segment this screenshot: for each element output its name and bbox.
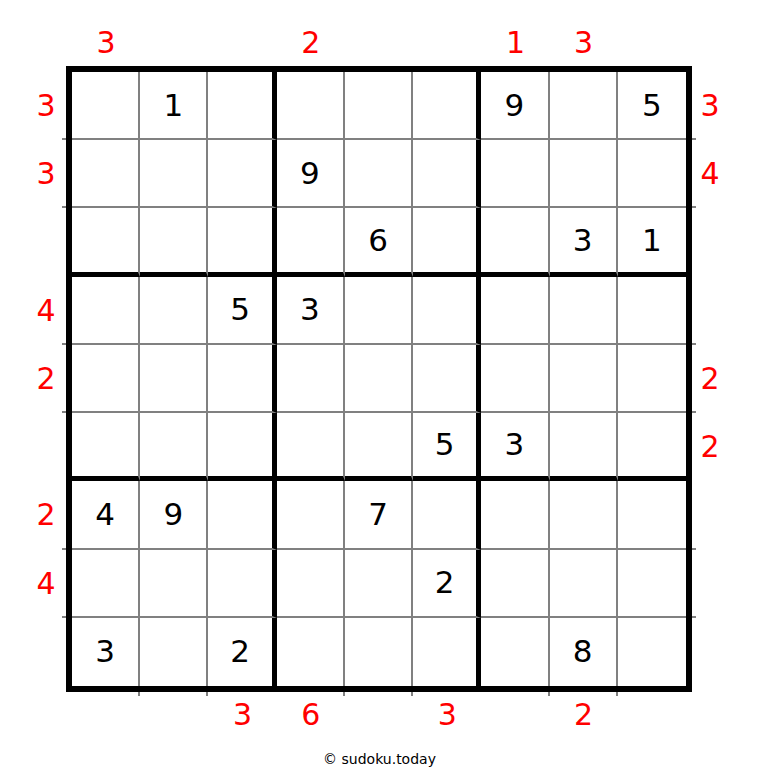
- bottom-clue-3: 3: [208, 696, 276, 734]
- cell-r2c1[interactable]: [72, 140, 140, 208]
- bottom-clue-5: [345, 696, 413, 734]
- left-clue-4: 4: [30, 277, 62, 345]
- grid-tick: [62, 411, 66, 413]
- cell-r7c5[interactable]: 7: [345, 481, 413, 549]
- top-clue-6: [413, 24, 481, 62]
- given-digit: 6: [368, 225, 388, 256]
- top-clue-3: [208, 24, 276, 62]
- left-clue-6: [30, 413, 62, 481]
- cell-r6c5[interactable]: [345, 413, 413, 481]
- cell-r3c8[interactable]: 3: [550, 208, 618, 276]
- cell-r8c6[interactable]: 2: [413, 550, 481, 618]
- grid-tick: [692, 206, 696, 208]
- given-digit: 7: [368, 499, 388, 530]
- bottom-clue-7: [481, 696, 549, 734]
- cell-r8c1[interactable]: [72, 550, 140, 618]
- cell-r1c4[interactable]: [277, 72, 345, 140]
- cell-r3c4[interactable]: [277, 208, 345, 276]
- top-clue-1: 3: [72, 24, 140, 62]
- grid-tick: [206, 692, 208, 696]
- left-clue-8: 4: [30, 550, 62, 618]
- grid-tick: [138, 692, 140, 696]
- cell-r2c4[interactable]: 9: [277, 140, 345, 208]
- grid-tick: [62, 138, 66, 140]
- given-digit: 9: [505, 90, 525, 121]
- cell-r5c5[interactable]: [345, 345, 413, 413]
- given-digit: 5: [642, 90, 662, 121]
- cell-r3c2[interactable]: [140, 208, 208, 276]
- left-clue-1: 3: [30, 72, 62, 140]
- cell-r2c5[interactable]: [345, 140, 413, 208]
- cell-r7c9[interactable]: [618, 481, 686, 549]
- cell-r4c6[interactable]: [413, 277, 481, 345]
- cell-r8c4[interactable]: [277, 550, 345, 618]
- right-clue-6: 2: [694, 413, 726, 481]
- top-clues: 3213: [66, 24, 692, 62]
- cell-r4c5[interactable]: [345, 277, 413, 345]
- cell-r9c1[interactable]: 3: [72, 618, 140, 686]
- given-digit: 2: [435, 567, 455, 598]
- cell-r9c9[interactable]: [618, 618, 686, 686]
- bottom-clue-2: [140, 696, 208, 734]
- cell-r8c8[interactable]: [550, 550, 618, 618]
- left-clue-9: [30, 618, 62, 686]
- cell-r4c2[interactable]: [140, 277, 208, 345]
- grid-tick: [411, 692, 413, 696]
- grid-tick: [62, 616, 66, 618]
- cell-r5c3[interactable]: [208, 345, 276, 413]
- cell-r7c7[interactable]: [481, 481, 549, 549]
- top-clue-9: [618, 24, 686, 62]
- top-clue-7: 1: [481, 24, 549, 62]
- cell-r2c3[interactable]: [208, 140, 276, 208]
- given-digit: 9: [163, 499, 183, 530]
- cell-r1c5[interactable]: [345, 72, 413, 140]
- cell-r3c5[interactable]: 6: [345, 208, 413, 276]
- grid-tick: [692, 138, 696, 140]
- cell-r3c7[interactable]: [481, 208, 549, 276]
- grid-tick: [616, 692, 618, 696]
- cell-r5c8[interactable]: [550, 345, 618, 413]
- grid-tick: [692, 616, 696, 618]
- grid-tick: [692, 411, 696, 413]
- cell-r8c3[interactable]: [208, 550, 276, 618]
- cell-r4c9[interactable]: [618, 277, 686, 345]
- cell-r2c6[interactable]: [413, 140, 481, 208]
- cell-r3c9[interactable]: 1: [618, 208, 686, 276]
- given-digit: 2: [230, 636, 250, 667]
- cell-r8c5[interactable]: [345, 550, 413, 618]
- cell-r6c2[interactable]: [140, 413, 208, 481]
- cell-r1c8[interactable]: [550, 72, 618, 140]
- cell-r4c8[interactable]: [550, 277, 618, 345]
- cell-r9c2[interactable]: [140, 618, 208, 686]
- grid-tick: [62, 206, 66, 208]
- cell-r9c3[interactable]: 2: [208, 618, 276, 686]
- given-digit: 8: [573, 636, 593, 667]
- grid-tick: [343, 692, 345, 696]
- cell-r7c2[interactable]: 9: [140, 481, 208, 549]
- cell-r6c7[interactable]: 3: [481, 413, 549, 481]
- cell-r1c3[interactable]: [208, 72, 276, 140]
- left-clue-5: 2: [30, 345, 62, 413]
- given-digit: 3: [573, 225, 593, 256]
- bottom-clue-1: [72, 696, 140, 734]
- cell-r9c4[interactable]: [277, 618, 345, 686]
- right-clue-2: 4: [694, 140, 726, 208]
- cell-r5c7[interactable]: [481, 345, 549, 413]
- cell-r5c6[interactable]: [413, 345, 481, 413]
- cell-r9c8[interactable]: 8: [550, 618, 618, 686]
- cell-r8c7[interactable]: [481, 550, 549, 618]
- cell-r6c3[interactable]: [208, 413, 276, 481]
- cell-r1c9[interactable]: 5: [618, 72, 686, 140]
- cell-r2c2[interactable]: [140, 140, 208, 208]
- given-digit: 1: [163, 90, 183, 121]
- cell-r7c1[interactable]: 4: [72, 481, 140, 549]
- bottom-clue-4: 6: [277, 696, 345, 734]
- grid-tick: [62, 343, 66, 345]
- cell-r5c9[interactable]: [618, 345, 686, 413]
- given-digit: 5: [435, 429, 455, 460]
- left-clue-3: [30, 208, 62, 276]
- cell-r7c6[interactable]: [413, 481, 481, 549]
- top-clue-8: 3: [550, 24, 618, 62]
- cell-r6c6[interactable]: 5: [413, 413, 481, 481]
- cell-r4c1[interactable]: [72, 277, 140, 345]
- cell-r7c3[interactable]: [208, 481, 276, 549]
- cell-r1c6[interactable]: [413, 72, 481, 140]
- given-digit: 1: [642, 225, 662, 256]
- cell-r1c7[interactable]: 9: [481, 72, 549, 140]
- given-digit: 5: [230, 294, 250, 325]
- top-clue-2: [140, 24, 208, 62]
- cell-r4c4[interactable]: 3: [277, 277, 345, 345]
- right-clue-9: [694, 618, 726, 686]
- left-clues: 334224: [30, 66, 62, 692]
- right-clue-1: 3: [694, 72, 726, 140]
- cell-r6c9[interactable]: [618, 413, 686, 481]
- right-clue-3: [694, 208, 726, 276]
- cell-r1c2[interactable]: 1: [140, 72, 208, 140]
- cell-r8c2[interactable]: [140, 550, 208, 618]
- sudoku-board: 195963153534972328: [66, 66, 692, 692]
- bottom-clue-6: 3: [413, 696, 481, 734]
- grid-tick: [692, 343, 696, 345]
- cell-r5c1[interactable]: [72, 345, 140, 413]
- cell-r5c2[interactable]: [140, 345, 208, 413]
- given-digit: 4: [95, 499, 115, 530]
- cell-r6c8[interactable]: [550, 413, 618, 481]
- cell-r3c3[interactable]: [208, 208, 276, 276]
- bottom-clue-9: [618, 696, 686, 734]
- right-clue-4: [694, 277, 726, 345]
- cell-r8c9[interactable]: [618, 550, 686, 618]
- grid-tick: [548, 692, 550, 696]
- right-clue-7: [694, 481, 726, 549]
- top-clue-4: 2: [277, 24, 345, 62]
- given-digit: 3: [300, 294, 320, 325]
- cell-r4c3[interactable]: 5: [208, 277, 276, 345]
- cell-r2c7[interactable]: [481, 140, 549, 208]
- cell-r6c4[interactable]: [277, 413, 345, 481]
- grid-tick: [692, 548, 696, 550]
- given-digit: 9: [300, 158, 320, 189]
- given-digit: 3: [95, 636, 115, 667]
- bottom-clue-8: 2: [550, 696, 618, 734]
- cell-r1c1[interactable]: [72, 72, 140, 140]
- right-clue-5: 2: [694, 345, 726, 413]
- cell-r2c9[interactable]: [618, 140, 686, 208]
- cell-r3c1[interactable]: [72, 208, 140, 276]
- bottom-clues: 3632: [66, 696, 692, 734]
- cell-r9c7[interactable]: [481, 618, 549, 686]
- copyright-text: © sudoku.today: [0, 751, 759, 767]
- cell-r3c6[interactable]: [413, 208, 481, 276]
- right-clue-8: [694, 550, 726, 618]
- given-digit: 3: [505, 429, 525, 460]
- right-clues: 3422: [694, 66, 726, 692]
- left-clue-7: 2: [30, 481, 62, 549]
- top-clue-5: [345, 24, 413, 62]
- cell-r6c1[interactable]: [72, 413, 140, 481]
- cell-r2c8[interactable]: [550, 140, 618, 208]
- cell-r7c8[interactable]: [550, 481, 618, 549]
- cell-r5c4[interactable]: [277, 345, 345, 413]
- sudoku-page: 3213 334224 3422 3632 195963153534972328…: [0, 0, 759, 779]
- grid-tick: [62, 548, 66, 550]
- left-clue-2: 3: [30, 140, 62, 208]
- cell-r7c4[interactable]: [277, 481, 345, 549]
- cell-r4c7[interactable]: [481, 277, 549, 345]
- cell-r9c5[interactable]: [345, 618, 413, 686]
- cell-r9c6[interactable]: [413, 618, 481, 686]
